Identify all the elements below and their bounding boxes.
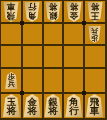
square-3e[interactable]: 銀将	[43, 93, 64, 118]
square-3b[interactable]	[43, 23, 64, 46]
square-1b[interactable]: 歩兵	[84, 23, 105, 46]
square-4d[interactable]	[22, 68, 43, 93]
square-4e[interactable]: 金将	[22, 93, 43, 118]
piece-kanji: 角行	[28, 2, 37, 22]
piece-kanji: 歩兵	[8, 73, 15, 88]
piece-gote-silver[interactable]: 銀将	[45, 2, 61, 22]
square-3c[interactable]	[43, 45, 64, 68]
square-1a[interactable]: 王将	[84, 1, 105, 23]
piece-kanji: 金将	[70, 2, 79, 22]
piece-gote-rook[interactable]: 飛車	[3, 2, 19, 22]
square-4b[interactable]	[22, 23, 43, 46]
square-2c[interactable]	[63, 45, 84, 68]
square-5d[interactable]: 歩兵	[1, 68, 22, 93]
square-3d[interactable]	[43, 68, 64, 93]
piece-sente-bishop[interactable]: 角行	[65, 94, 83, 117]
square-2b[interactable]	[63, 23, 84, 46]
piece-gote-gold[interactable]: 金将	[66, 2, 82, 22]
square-1d[interactable]	[84, 68, 105, 93]
square-3a[interactable]: 銀将	[43, 1, 64, 23]
square-5b[interactable]	[1, 23, 22, 46]
piece-sente-gold[interactable]: 金将	[23, 94, 41, 117]
square-5a[interactable]: 飛車	[1, 1, 22, 23]
piece-kanji: 飛車	[90, 95, 100, 117]
piece-kanji: 歩兵	[91, 26, 98, 41]
square-5c[interactable]	[1, 45, 22, 68]
piece-kanji: 金将	[27, 95, 37, 117]
square-1c[interactable]	[84, 45, 105, 68]
piece-kanji: 王将	[90, 2, 99, 22]
piece-kanji: 飛車	[7, 2, 16, 22]
square-2e[interactable]: 角行	[63, 93, 84, 118]
piece-sente-king[interactable]: 玉将	[2, 94, 20, 117]
piece-gote-king[interactable]: 王将	[87, 2, 103, 22]
piece-gote-bishop[interactable]: 角行	[24, 2, 40, 22]
piece-kanji: 角行	[69, 95, 79, 117]
board-squares: 飛車 角行 銀将 金将 王将	[1, 1, 105, 118]
piece-kanji: 銀将	[49, 2, 58, 22]
square-2a[interactable]: 金将	[63, 1, 84, 23]
piece-sente-silver[interactable]: 銀将	[44, 94, 62, 117]
square-5e[interactable]: 玉将	[1, 93, 22, 118]
square-2d[interactable]	[63, 68, 84, 93]
piece-sente-pawn[interactable]: 歩兵	[5, 72, 18, 89]
piece-sente-rook[interactable]: 飛車	[86, 94, 104, 117]
minishogi-board: 飛車 角行 銀将 金将 王将	[0, 0, 107, 120]
piece-kanji: 玉将	[7, 95, 17, 117]
square-1e[interactable]: 飛車	[84, 93, 105, 118]
square-4a[interactable]: 角行	[22, 1, 43, 23]
piece-gote-pawn[interactable]: 歩兵	[88, 26, 101, 43]
piece-kanji: 銀将	[48, 95, 58, 117]
square-4c[interactable]	[22, 45, 43, 68]
